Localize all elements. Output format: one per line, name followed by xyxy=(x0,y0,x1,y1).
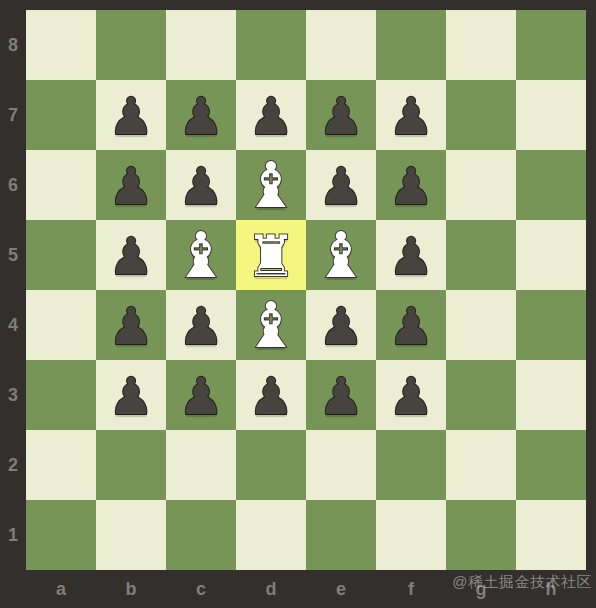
piece-white-rook-d5[interactable]: ♜ xyxy=(245,228,296,285)
square-a5[interactable] xyxy=(26,220,96,290)
square-e5[interactable]: ♝ xyxy=(306,220,376,290)
piece-white-bishop-e5[interactable]: ♝ xyxy=(313,224,369,287)
piece-black-pawn-e4[interactable]: ♟ xyxy=(318,301,364,352)
square-g1[interactable] xyxy=(446,500,516,570)
square-f2[interactable] xyxy=(376,430,446,500)
piece-black-pawn-e3[interactable]: ♟ xyxy=(318,371,364,422)
square-c7[interactable]: ♟ xyxy=(166,80,236,150)
piece-black-pawn-b7[interactable]: ♟ xyxy=(108,91,154,142)
square-a7[interactable] xyxy=(26,80,96,150)
piece-black-pawn-c3[interactable]: ♟ xyxy=(178,371,224,422)
square-f7[interactable]: ♟ xyxy=(376,80,446,150)
piece-black-pawn-f7[interactable]: ♟ xyxy=(388,91,434,142)
square-a3[interactable] xyxy=(26,360,96,430)
square-b4[interactable]: ♟ xyxy=(96,290,166,360)
square-c6[interactable]: ♟ xyxy=(166,150,236,220)
square-f5[interactable]: ♟ xyxy=(376,220,446,290)
rank-label-1: 1 xyxy=(0,500,26,570)
square-e1[interactable] xyxy=(306,500,376,570)
square-f6[interactable]: ♟ xyxy=(376,150,446,220)
square-e6[interactable]: ♟ xyxy=(306,150,376,220)
square-b8[interactable] xyxy=(96,10,166,80)
chess-app-frame: 87654321 ♟♟♟♟♟♟♟♝♟♟♟♝♜♝♟♟♟♝♟♟♟♟♟♟♟ abcde… xyxy=(0,0,596,608)
square-g5[interactable] xyxy=(446,220,516,290)
square-c2[interactable] xyxy=(166,430,236,500)
piece-black-pawn-e6[interactable]: ♟ xyxy=(318,161,364,212)
square-c8[interactable] xyxy=(166,10,236,80)
square-f4[interactable]: ♟ xyxy=(376,290,446,360)
square-d7[interactable]: ♟ xyxy=(236,80,306,150)
square-b5[interactable]: ♟ xyxy=(96,220,166,290)
piece-white-bishop-d4[interactable]: ♝ xyxy=(243,294,299,357)
square-d8[interactable] xyxy=(236,10,306,80)
watermark: @稀土掘金技术社区 xyxy=(452,573,592,592)
square-b2[interactable] xyxy=(96,430,166,500)
square-h8[interactable] xyxy=(516,10,586,80)
rank-label-5: 5 xyxy=(0,220,26,290)
rank-label-2: 2 xyxy=(0,430,26,500)
file-label-e: e xyxy=(306,570,376,608)
square-g8[interactable] xyxy=(446,10,516,80)
piece-black-pawn-b3[interactable]: ♟ xyxy=(108,371,154,422)
square-d2[interactable] xyxy=(236,430,306,500)
rank-label-3: 3 xyxy=(0,360,26,430)
piece-black-pawn-b4[interactable]: ♟ xyxy=(108,301,154,352)
file-label-d: d xyxy=(236,570,306,608)
piece-black-pawn-d3[interactable]: ♟ xyxy=(248,371,294,422)
square-h5[interactable] xyxy=(516,220,586,290)
square-d1[interactable] xyxy=(236,500,306,570)
piece-black-pawn-c6[interactable]: ♟ xyxy=(178,161,224,212)
piece-black-pawn-b6[interactable]: ♟ xyxy=(108,161,154,212)
square-c3[interactable]: ♟ xyxy=(166,360,236,430)
square-a2[interactable] xyxy=(26,430,96,500)
piece-black-pawn-c4[interactable]: ♟ xyxy=(178,301,224,352)
square-f1[interactable] xyxy=(376,500,446,570)
square-f8[interactable] xyxy=(376,10,446,80)
square-e4[interactable]: ♟ xyxy=(306,290,376,360)
square-b1[interactable] xyxy=(96,500,166,570)
square-c1[interactable] xyxy=(166,500,236,570)
square-g2[interactable] xyxy=(446,430,516,500)
square-d5[interactable]: ♜ xyxy=(236,220,306,290)
piece-black-pawn-f4[interactable]: ♟ xyxy=(388,301,434,352)
square-e7[interactable]: ♟ xyxy=(306,80,376,150)
square-g4[interactable] xyxy=(446,290,516,360)
square-g3[interactable] xyxy=(446,360,516,430)
square-f3[interactable]: ♟ xyxy=(376,360,446,430)
piece-black-pawn-b5[interactable]: ♟ xyxy=(108,231,154,282)
square-g7[interactable] xyxy=(446,80,516,150)
file-label-b: b xyxy=(96,570,166,608)
square-h2[interactable] xyxy=(516,430,586,500)
rank-label-6: 6 xyxy=(0,150,26,220)
square-h6[interactable] xyxy=(516,150,586,220)
piece-black-pawn-c7[interactable]: ♟ xyxy=(178,91,224,142)
square-a4[interactable] xyxy=(26,290,96,360)
file-label-c: c xyxy=(166,570,236,608)
square-d4[interactable]: ♝ xyxy=(236,290,306,360)
square-c4[interactable]: ♟ xyxy=(166,290,236,360)
square-d6[interactable]: ♝ xyxy=(236,150,306,220)
square-h7[interactable] xyxy=(516,80,586,150)
piece-black-pawn-d7[interactable]: ♟ xyxy=(248,91,294,142)
square-e8[interactable] xyxy=(306,10,376,80)
rank-label-4: 4 xyxy=(0,290,26,360)
square-c5[interactable]: ♝ xyxy=(166,220,236,290)
piece-white-bishop-c5[interactable]: ♝ xyxy=(173,224,229,287)
square-b6[interactable]: ♟ xyxy=(96,150,166,220)
piece-black-pawn-f3[interactable]: ♟ xyxy=(388,371,434,422)
piece-white-bishop-d6[interactable]: ♝ xyxy=(243,154,299,217)
square-a1[interactable] xyxy=(26,500,96,570)
piece-black-pawn-f5[interactable]: ♟ xyxy=(388,231,434,282)
file-label-a: a xyxy=(26,570,96,608)
piece-black-pawn-f6[interactable]: ♟ xyxy=(388,161,434,212)
square-b7[interactable]: ♟ xyxy=(96,80,166,150)
file-label-f: f xyxy=(376,570,446,608)
square-h3[interactable] xyxy=(516,360,586,430)
square-a8[interactable] xyxy=(26,10,96,80)
square-e2[interactable] xyxy=(306,430,376,500)
piece-black-pawn-e7[interactable]: ♟ xyxy=(318,91,364,142)
rank-label-7: 7 xyxy=(0,80,26,150)
square-b3[interactable]: ♟ xyxy=(96,360,166,430)
square-a6[interactable] xyxy=(26,150,96,220)
rank-label-8: 8 xyxy=(0,10,26,80)
rank-labels-column: 87654321 xyxy=(0,10,26,570)
square-g6[interactable] xyxy=(446,150,516,220)
chess-board: ♟♟♟♟♟♟♟♝♟♟♟♝♜♝♟♟♟♝♟♟♟♟♟♟♟ xyxy=(26,10,586,570)
square-h4[interactable] xyxy=(516,290,586,360)
square-h1[interactable] xyxy=(516,500,586,570)
square-d3[interactable]: ♟ xyxy=(236,360,306,430)
square-e3[interactable]: ♟ xyxy=(306,360,376,430)
